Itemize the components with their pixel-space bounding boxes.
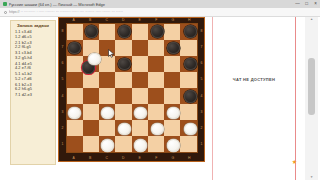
square-g6[interactable] <box>164 56 180 72</box>
coordinate-label: C <box>99 153 116 162</box>
square-e6[interactable] <box>132 56 148 72</box>
square-g8[interactable] <box>164 24 180 40</box>
square-d3[interactable] <box>115 104 131 120</box>
coordinate-label: F <box>148 153 165 162</box>
square-f1[interactable] <box>148 136 164 152</box>
square-d1[interactable] <box>115 136 131 152</box>
checker-white-e1[interactable] <box>134 139 147 152</box>
coordinate-label: 7 <box>199 39 205 55</box>
square-c4[interactable] <box>99 88 115 104</box>
square-f7[interactable] <box>148 40 164 56</box>
site-icon <box>4 11 7 14</box>
coordinate-label: D <box>115 153 132 162</box>
square-b3[interactable] <box>83 104 99 120</box>
square-a8[interactable] <box>67 24 83 40</box>
square-b2[interactable] <box>83 120 99 136</box>
checker-white-g1[interactable] <box>167 139 180 152</box>
star-icon: ★ <box>292 159 297 165</box>
chat-unavailable-label: ЧАТ НЕ ДОСТУПЕН <box>213 77 295 82</box>
checker-black-a7[interactable] <box>68 42 81 55</box>
square-e5[interactable] <box>132 72 148 88</box>
coordinate-label: B <box>82 153 99 162</box>
move-entry: 3.2 g5-h4 <box>11 56 55 61</box>
checker-white-c1[interactable] <box>101 139 114 152</box>
notation-header: Запись задачи <box>11 21 55 30</box>
checker-white-c3[interactable] <box>101 107 114 120</box>
square-f5[interactable] <box>148 72 164 88</box>
chat-panel: ЧАТ НЕ ДОСТУПЕН <box>212 17 296 180</box>
checker-white-g3[interactable] <box>167 107 180 120</box>
coordinate-label: 2 <box>199 120 205 136</box>
checker-black-h6[interactable] <box>184 58 197 71</box>
coordinate-label: G <box>165 153 182 162</box>
square-a1[interactable] <box>67 136 83 152</box>
square-g4[interactable] <box>164 88 180 104</box>
site-favicon-icon <box>3 2 7 6</box>
checker-white-h2[interactable] <box>184 123 197 136</box>
close-button[interactable]: × <box>311 0 320 8</box>
square-h5[interactable] <box>180 72 196 88</box>
square-g5[interactable] <box>164 72 180 88</box>
scroll-down-arrow-icon[interactable]: ▼ <box>305 175 318 180</box>
move-entry: 2.2 f6-g5 <box>11 45 55 50</box>
move-entry: 6.2 h6-g5 <box>11 87 55 92</box>
file-labels-bottom: ABCDEFGH <box>66 153 198 162</box>
square-c2[interactable] <box>99 120 115 136</box>
coordinate-label: 3 <box>199 104 205 120</box>
checker-white-f2[interactable] <box>151 123 164 136</box>
square-d4[interactable] <box>115 88 131 104</box>
square-c5[interactable] <box>99 72 115 88</box>
scrollbar-thumb[interactable] <box>308 58 315 115</box>
square-e7[interactable] <box>132 40 148 56</box>
coordinate-label: 5 <box>199 71 205 87</box>
mouse-cursor-icon <box>108 49 115 58</box>
square-f4[interactable] <box>148 88 164 104</box>
address-bar[interactable]: https:// ·· ·········· · ····· ········ … <box>0 8 320 17</box>
square-h7[interactable] <box>180 40 196 56</box>
checker-black-f8[interactable] <box>151 25 164 38</box>
square-e8[interactable] <box>132 24 148 40</box>
checker-white-a3[interactable] <box>68 107 81 120</box>
coordinate-label: 8 <box>199 23 205 39</box>
notation-panel: Запись задачи 1.1 c3-d41.2 d6-c52.1 b2-c… <box>10 20 56 165</box>
checker-black-h4[interactable] <box>184 90 197 103</box>
minimize-button[interactable]: — <box>293 0 302 8</box>
coordinate-label: A <box>66 153 83 162</box>
square-a2[interactable] <box>67 120 83 136</box>
page-scrollbar[interactable]: ▲ ▼ <box>305 17 318 180</box>
square-b4[interactable] <box>83 88 99 104</box>
square-b5[interactable] <box>83 72 99 88</box>
checkers-board: ABCDEFGH ABCDEFGH 87654321 87654321 <box>58 17 205 162</box>
checker-white-d2[interactable] <box>118 123 131 136</box>
browser-window: Русские шашки (64 кл.) — Личный — Micros… <box>0 0 320 180</box>
checker-black-d6[interactable] <box>118 58 131 71</box>
board-inner <box>66 23 198 153</box>
square-f3[interactable] <box>148 104 164 120</box>
square-b1[interactable] <box>83 136 99 152</box>
coordinate-label: 4 <box>199 88 205 104</box>
rank-labels-right: 87654321 <box>199 23 205 153</box>
coordinate-label: E <box>132 153 149 162</box>
square-e2[interactable] <box>132 120 148 136</box>
move-entry: 5.2 c7-d6 <box>11 77 55 82</box>
square-a4[interactable] <box>67 88 83 104</box>
square-e4[interactable] <box>132 88 148 104</box>
move-entry: 7.1 d2-e3 <box>11 93 55 98</box>
square-a6[interactable] <box>67 56 83 72</box>
maximize-button[interactable]: □ <box>302 0 311 8</box>
scroll-up-arrow-icon[interactable]: ▲ <box>305 17 318 22</box>
checker-black-g7[interactable] <box>167 42 180 55</box>
move-list: 1.1 c3-d41.2 d6-c52.1 b2-c32.2 f6-g53.1 … <box>11 30 55 98</box>
move-entry: 1.2 d6-c5 <box>11 35 55 40</box>
star-fab-icon[interactable]: ★ <box>290 150 299 159</box>
square-c8[interactable] <box>99 24 115 40</box>
square-h1[interactable] <box>180 136 196 152</box>
checker-black-b8[interactable] <box>85 25 98 38</box>
window-title: Русские шашки (64 кл.) — Личный — Micros… <box>9 2 294 7</box>
url-text[interactable]: https:// ·· ·········· · ····· ········ … <box>9 10 279 14</box>
square-h3[interactable] <box>180 104 196 120</box>
move-entry: 4.2 e7-f6 <box>11 66 55 71</box>
checker-black-d8[interactable] <box>118 25 131 38</box>
square-f6[interactable] <box>148 56 164 72</box>
title-bar: Русские шашки (64 кл.) — Личный — Micros… <box>0 0 320 8</box>
square-a5[interactable] <box>67 72 83 88</box>
square-d5[interactable] <box>115 72 131 88</box>
square-d7[interactable] <box>115 40 131 56</box>
checker-white-e3[interactable] <box>134 107 147 120</box>
coordinate-label: 1 <box>199 136 205 152</box>
coordinate-label: 6 <box>199 55 205 71</box>
coordinate-label: H <box>181 153 198 162</box>
square-g2[interactable] <box>164 120 180 136</box>
checker-black-h8[interactable] <box>184 25 197 38</box>
